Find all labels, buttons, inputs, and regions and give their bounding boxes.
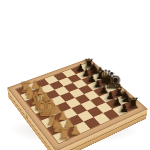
chess-box: ♜♟♟♜♞♟♟♞♝♟♟♝♛♟♟♛♚♟♟♚♝♟♟♝♞♟♟♞♜♟♟♜ [7, 58, 148, 150]
square [55, 86, 70, 95]
square [60, 92, 75, 102]
square: ♟ [99, 93, 114, 103]
square: ♝ [108, 89, 123, 99]
chess-board: ♜♟♟♜♞♟♟♞♝♟♟♝♛♟♟♛♚♟♟♚♝♟♟♝♞♟♟♞♜♟♟♜ [7, 58, 148, 150]
chess-set-photo: ♜♟♟♜♞♟♟♞♝♟♟♝♛♟♟♛♚♟♟♚♝♟♟♝♞♟♟♞♜♟♟♜ [0, 0, 150, 150]
